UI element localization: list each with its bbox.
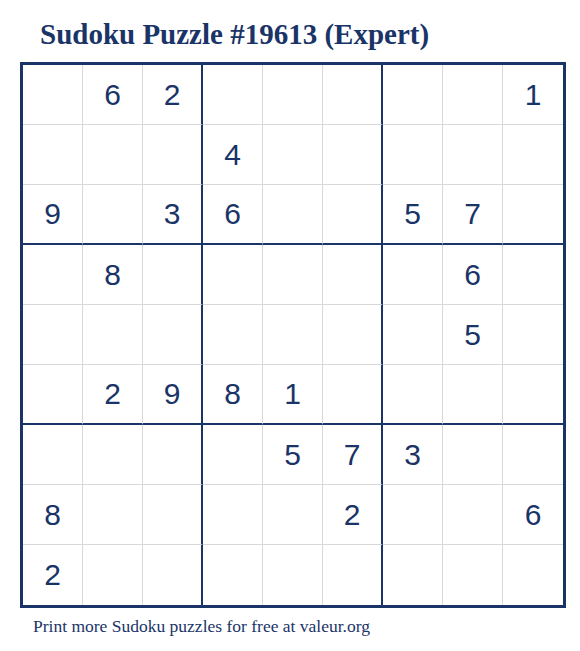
cell-r7c7: 3 bbox=[383, 425, 443, 485]
cell-r9c5 bbox=[263, 545, 323, 605]
cell-r4c7 bbox=[383, 245, 443, 305]
cell-r8c4 bbox=[203, 485, 263, 545]
cell-r6c6 bbox=[323, 365, 383, 425]
cell-r4c5 bbox=[263, 245, 323, 305]
cell-r4c1 bbox=[23, 245, 83, 305]
cell-r4c2: 8 bbox=[83, 245, 143, 305]
cell-r2c2 bbox=[83, 125, 143, 185]
cell-r1c7 bbox=[383, 65, 443, 125]
cell-r6c7 bbox=[383, 365, 443, 425]
cell-r1c8 bbox=[443, 65, 503, 125]
cell-r2c1 bbox=[23, 125, 83, 185]
cell-r3c1: 9 bbox=[23, 185, 83, 245]
cell-r8c7 bbox=[383, 485, 443, 545]
cell-r7c3 bbox=[143, 425, 203, 485]
cell-r6c9 bbox=[503, 365, 563, 425]
cell-r3c3: 3 bbox=[143, 185, 203, 245]
cell-r2c3 bbox=[143, 125, 203, 185]
cell-r3c7: 5 bbox=[383, 185, 443, 245]
cell-r3c4: 6 bbox=[203, 185, 263, 245]
cell-r5c5 bbox=[263, 305, 323, 365]
cell-r6c4: 8 bbox=[203, 365, 263, 425]
cell-r1c9: 1 bbox=[503, 65, 563, 125]
cell-r9c2 bbox=[83, 545, 143, 605]
cell-r9c3 bbox=[143, 545, 203, 605]
cell-r8c3 bbox=[143, 485, 203, 545]
cell-r8c1: 8 bbox=[23, 485, 83, 545]
cell-r7c8 bbox=[443, 425, 503, 485]
cell-r4c8: 6 bbox=[443, 245, 503, 305]
cell-r2c6 bbox=[323, 125, 383, 185]
cell-r6c1 bbox=[23, 365, 83, 425]
cell-r3c8: 7 bbox=[443, 185, 503, 245]
cell-r7c6: 7 bbox=[323, 425, 383, 485]
cell-r1c6 bbox=[323, 65, 383, 125]
cell-r9c6 bbox=[323, 545, 383, 605]
cell-r5c4 bbox=[203, 305, 263, 365]
cell-r6c3: 9 bbox=[143, 365, 203, 425]
cell-r2c7 bbox=[383, 125, 443, 185]
cell-r9c9 bbox=[503, 545, 563, 605]
cell-r8c9: 6 bbox=[503, 485, 563, 545]
cell-r3c6 bbox=[323, 185, 383, 245]
cell-r7c5: 5 bbox=[263, 425, 323, 485]
cell-r7c9 bbox=[503, 425, 563, 485]
cell-r6c2: 2 bbox=[83, 365, 143, 425]
cell-r4c3 bbox=[143, 245, 203, 305]
cell-r9c7 bbox=[383, 545, 443, 605]
cell-r5c8: 5 bbox=[443, 305, 503, 365]
page-title: Sudoku Puzzle #19613 (Expert) bbox=[40, 18, 429, 51]
cell-r5c1 bbox=[23, 305, 83, 365]
cell-r8c2 bbox=[83, 485, 143, 545]
cell-r5c9 bbox=[503, 305, 563, 365]
cell-r2c8 bbox=[443, 125, 503, 185]
cell-r2c5 bbox=[263, 125, 323, 185]
cell-r4c6 bbox=[323, 245, 383, 305]
cell-r6c5: 1 bbox=[263, 365, 323, 425]
cell-r3c2 bbox=[83, 185, 143, 245]
cell-r2c4: 4 bbox=[203, 125, 263, 185]
cell-r1c2: 6 bbox=[83, 65, 143, 125]
cell-r5c2 bbox=[83, 305, 143, 365]
cell-r1c1 bbox=[23, 65, 83, 125]
cell-r1c5 bbox=[263, 65, 323, 125]
cell-r3c5 bbox=[263, 185, 323, 245]
cell-r7c1 bbox=[23, 425, 83, 485]
cell-r5c6 bbox=[323, 305, 383, 365]
cell-r3c9 bbox=[503, 185, 563, 245]
cell-r9c8 bbox=[443, 545, 503, 605]
cell-r8c6: 2 bbox=[323, 485, 383, 545]
cell-r5c7 bbox=[383, 305, 443, 365]
sudoku-grid: 62149365786529815738262 bbox=[20, 62, 566, 608]
cell-r9c1: 2 bbox=[23, 545, 83, 605]
cell-r8c8 bbox=[443, 485, 503, 545]
cell-r6c8 bbox=[443, 365, 503, 425]
cell-r4c4 bbox=[203, 245, 263, 305]
cell-r1c4 bbox=[203, 65, 263, 125]
cell-r7c2 bbox=[83, 425, 143, 485]
cell-r1c3: 2 bbox=[143, 65, 203, 125]
footer-note: Print more Sudoku puzzles for free at va… bbox=[33, 616, 370, 637]
cell-r2c9 bbox=[503, 125, 563, 185]
cell-r9c4 bbox=[203, 545, 263, 605]
cell-r5c3 bbox=[143, 305, 203, 365]
cell-r8c5 bbox=[263, 485, 323, 545]
cell-r4c9 bbox=[503, 245, 563, 305]
cell-r7c4 bbox=[203, 425, 263, 485]
